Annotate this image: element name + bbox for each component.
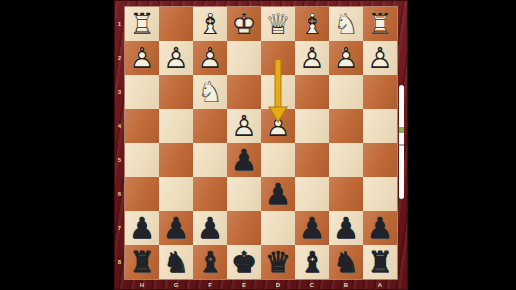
- square-c4[interactable]: [295, 109, 329, 143]
- chess-board: ♜♖♝♗♚♔♛♕♝♗♞♘♜♖♟♙♟♙♟♙♟♙♟♙♟♙♞♘♟♙♟♙♟♟♟♟♟♟♟♟…: [125, 7, 397, 279]
- piece-black-pawn[interactable]: ♟: [227, 143, 261, 177]
- square-h4[interactable]: [125, 109, 159, 143]
- piece-glyph-outline: ♘: [329, 7, 363, 41]
- square-h5[interactable]: [125, 143, 159, 177]
- file-label-g: G: [159, 279, 193, 290]
- piece-white-pawn[interactable]: ♟♙: [125, 41, 159, 75]
- chess-board-frame: 12345678 HGFEDCBA ♜♖♝♗♚♔♛♕♝♗♞♘♜♖♟♙♟♙♟♙♟♙…: [114, 0, 408, 290]
- rank-label-1: 1: [114, 7, 125, 41]
- piece-white-pawn[interactable]: ♟♙: [159, 41, 193, 75]
- rank-label-2: 2: [114, 41, 125, 75]
- square-a5[interactable]: [363, 143, 397, 177]
- piece-glyph-outline: ♙: [159, 41, 193, 75]
- app-background: 12345678 HGFEDCBA ♜♖♝♗♚♔♛♕♝♗♞♘♜♖♟♙♟♙♟♙♟♙…: [0, 0, 516, 290]
- square-f1[interactable]: ♝♗: [193, 7, 227, 41]
- piece-glyph: ♞: [329, 245, 363, 279]
- board-surface: ♜♖♝♗♚♔♛♕♝♗♞♘♜♖♟♙♟♙♟♙♟♙♟♙♟♙♞♘♟♙♟♙♟♟♟♟♟♟♟♟…: [125, 7, 397, 279]
- square-f6[interactable]: [193, 177, 227, 211]
- piece-white-pawn[interactable]: ♟♙: [261, 109, 295, 143]
- piece-black-rook[interactable]: ♜: [363, 245, 397, 279]
- square-g5[interactable]: [159, 143, 193, 177]
- square-h3[interactable]: [125, 75, 159, 109]
- piece-white-pawn[interactable]: ♟♙: [329, 41, 363, 75]
- square-d2[interactable]: [261, 41, 295, 75]
- piece-glyph: ♝: [295, 245, 329, 279]
- piece-glyph-outline: ♙: [363, 41, 397, 75]
- rank-label-6: 6: [114, 177, 125, 211]
- piece-black-pawn[interactable]: ♟: [125, 211, 159, 245]
- file-label-f: F: [193, 279, 227, 290]
- square-g4[interactable]: [159, 109, 193, 143]
- square-a3[interactable]: [363, 75, 397, 109]
- square-c8[interactable]: ♝: [295, 245, 329, 279]
- square-h7[interactable]: ♟: [125, 211, 159, 245]
- piece-white-knight[interactable]: ♞♘: [329, 7, 363, 41]
- square-g3[interactable]: [159, 75, 193, 109]
- square-h8[interactable]: ♜: [125, 245, 159, 279]
- square-a1[interactable]: ♜♖: [363, 7, 397, 41]
- square-d5[interactable]: [261, 143, 295, 177]
- file-label-a: A: [363, 279, 397, 290]
- square-b6[interactable]: [329, 177, 363, 211]
- piece-glyph-outline: ♗: [193, 7, 227, 41]
- square-e5[interactable]: ♟: [227, 143, 261, 177]
- square-b3[interactable]: [329, 75, 363, 109]
- rank-label-4: 4: [114, 109, 125, 143]
- square-e2[interactable]: [227, 41, 261, 75]
- piece-white-bishop[interactable]: ♝♗: [295, 7, 329, 41]
- square-e6[interactable]: [227, 177, 261, 211]
- piece-black-pawn[interactable]: ♟: [261, 177, 295, 211]
- square-b7[interactable]: ♟: [329, 211, 363, 245]
- square-f8[interactable]: ♝: [193, 245, 227, 279]
- piece-glyph: ♜: [125, 245, 159, 279]
- piece-glyph-outline: ♙: [227, 109, 261, 143]
- piece-black-pawn[interactable]: ♟: [329, 211, 363, 245]
- piece-black-bishop[interactable]: ♝: [193, 245, 227, 279]
- piece-glyph: ♚: [227, 245, 261, 279]
- square-f4[interactable]: [193, 109, 227, 143]
- piece-glyph: ♟: [295, 211, 329, 245]
- square-e3[interactable]: [227, 75, 261, 109]
- piece-white-knight[interactable]: ♞♘: [193, 75, 227, 109]
- square-b8[interactable]: ♞: [329, 245, 363, 279]
- piece-black-bishop[interactable]: ♝: [295, 245, 329, 279]
- rank-label-8: 8: [114, 245, 125, 279]
- square-e4[interactable]: ♟♙: [227, 109, 261, 143]
- piece-white-king[interactable]: ♚♔: [227, 7, 261, 41]
- square-c5[interactable]: [295, 143, 329, 177]
- piece-black-knight[interactable]: ♞: [329, 245, 363, 279]
- piece-glyph: ♛: [261, 245, 295, 279]
- file-label-h: H: [125, 279, 159, 290]
- piece-glyph-outline: ♕: [261, 7, 295, 41]
- piece-white-queen[interactable]: ♛♕: [261, 7, 295, 41]
- piece-glyph: ♟: [363, 211, 397, 245]
- piece-black-pawn[interactable]: ♟: [159, 211, 193, 245]
- square-g1[interactable]: [159, 7, 193, 41]
- rank-label-7: 7: [114, 211, 125, 245]
- square-h2[interactable]: ♟♙: [125, 41, 159, 75]
- square-d4[interactable]: ♟♙: [261, 109, 295, 143]
- piece-black-pawn[interactable]: ♟: [295, 211, 329, 245]
- square-h1[interactable]: ♜♖: [125, 7, 159, 41]
- piece-black-pawn[interactable]: ♟: [193, 211, 227, 245]
- piece-white-rook[interactable]: ♜♖: [125, 7, 159, 41]
- square-a7[interactable]: ♟: [363, 211, 397, 245]
- piece-glyph-outline: ♙: [193, 41, 227, 75]
- square-b2[interactable]: ♟♙: [329, 41, 363, 75]
- square-b5[interactable]: [329, 143, 363, 177]
- scrollbar-green-marker: [399, 127, 404, 133]
- square-g7[interactable]: ♟: [159, 211, 193, 245]
- square-b4[interactable]: [329, 109, 363, 143]
- square-a2[interactable]: ♟♙: [363, 41, 397, 75]
- square-d1[interactable]: ♛♕: [261, 7, 295, 41]
- piece-white-bishop[interactable]: ♝♗: [193, 7, 227, 41]
- piece-glyph: ♟: [125, 211, 159, 245]
- piece-white-pawn[interactable]: ♟♙: [193, 41, 227, 75]
- square-h6[interactable]: [125, 177, 159, 211]
- piece-glyph: ♟: [193, 211, 227, 245]
- piece-glyph-outline: ♙: [295, 41, 329, 75]
- square-e1[interactable]: ♚♔: [227, 7, 261, 41]
- piece-glyph: ♞: [159, 245, 193, 279]
- piece-glyph: ♟: [329, 211, 363, 245]
- square-g2[interactable]: ♟♙: [159, 41, 193, 75]
- square-e8[interactable]: ♚: [227, 245, 261, 279]
- file-label-e: E: [227, 279, 261, 290]
- square-f5[interactable]: [193, 143, 227, 177]
- file-label-d: D: [261, 279, 295, 290]
- square-f2[interactable]: ♟♙: [193, 41, 227, 75]
- square-d6[interactable]: ♟: [261, 177, 295, 211]
- piece-black-pawn[interactable]: ♟: [363, 211, 397, 245]
- piece-glyph-outline: ♖: [363, 7, 397, 41]
- square-c7[interactable]: ♟: [295, 211, 329, 245]
- square-d3[interactable]: [261, 75, 295, 109]
- scrollbar[interactable]: [399, 85, 404, 199]
- piece-black-knight[interactable]: ♞: [159, 245, 193, 279]
- piece-glyph-outline: ♗: [295, 7, 329, 41]
- file-label-c: C: [295, 279, 329, 290]
- square-d8[interactable]: ♛: [261, 245, 295, 279]
- piece-white-pawn[interactable]: ♟♙: [295, 41, 329, 75]
- square-d7[interactable]: [261, 211, 295, 245]
- piece-black-queen[interactable]: ♛: [261, 245, 295, 279]
- piece-black-king[interactable]: ♚: [227, 245, 261, 279]
- piece-white-rook[interactable]: ♜♖: [363, 7, 397, 41]
- square-c1[interactable]: ♝♗: [295, 7, 329, 41]
- scrollbar-divider: [399, 144, 404, 146]
- file-labels: HGFEDCBA: [125, 279, 397, 290]
- piece-black-rook[interactable]: ♜: [125, 245, 159, 279]
- square-a8[interactable]: ♜: [363, 245, 397, 279]
- piece-glyph: ♟: [227, 143, 261, 177]
- square-a4[interactable]: [363, 109, 397, 143]
- piece-glyph-outline: ♙: [261, 109, 295, 143]
- square-g6[interactable]: [159, 177, 193, 211]
- rank-label-5: 5: [114, 143, 125, 177]
- piece-glyph-outline: ♘: [193, 75, 227, 109]
- square-c3[interactable]: [295, 75, 329, 109]
- square-e7[interactable]: [227, 211, 261, 245]
- piece-glyph-outline: ♙: [125, 41, 159, 75]
- rank-labels: 12345678: [114, 7, 125, 279]
- piece-glyph: ♜: [363, 245, 397, 279]
- square-a6[interactable]: [363, 177, 397, 211]
- square-c2[interactable]: ♟♙: [295, 41, 329, 75]
- square-f7[interactable]: ♟: [193, 211, 227, 245]
- rank-label-3: 3: [114, 75, 125, 109]
- piece-white-pawn[interactable]: ♟♙: [363, 41, 397, 75]
- square-f3[interactable]: ♞♘: [193, 75, 227, 109]
- square-c6[interactable]: [295, 177, 329, 211]
- piece-glyph: ♟: [261, 177, 295, 211]
- piece-glyph: ♟: [159, 211, 193, 245]
- square-b1[interactable]: ♞♘: [329, 7, 363, 41]
- piece-white-pawn[interactable]: ♟♙: [227, 109, 261, 143]
- square-g8[interactable]: ♞: [159, 245, 193, 279]
- piece-glyph: ♝: [193, 245, 227, 279]
- file-label-b: B: [329, 279, 363, 290]
- piece-glyph-outline: ♔: [227, 7, 261, 41]
- piece-glyph-outline: ♙: [329, 41, 363, 75]
- piece-glyph-outline: ♖: [125, 7, 159, 41]
